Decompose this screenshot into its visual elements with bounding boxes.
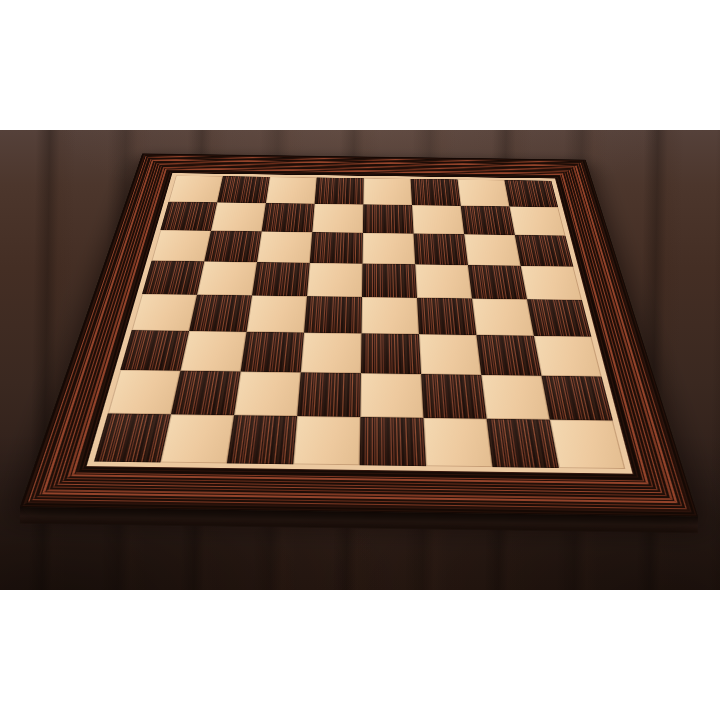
square-d8 [315,177,364,204]
page-background [0,0,720,720]
square-f7 [412,205,464,234]
square-b7 [211,202,266,231]
square-a5 [142,261,204,295]
square-a7 [160,202,217,231]
chessboard [20,154,698,517]
square-e5 [362,264,417,298]
square-f1 [423,418,492,467]
square-c8 [266,177,317,204]
square-a8 [168,175,222,202]
square-g4 [472,299,534,336]
square-d5 [307,263,362,297]
square-a3 [120,330,189,371]
board-scene [90,130,633,569]
square-f2 [421,374,486,419]
square-c5 [252,262,310,296]
square-g8 [458,179,510,206]
square-g1 [487,419,559,468]
square-d3 [301,333,362,374]
square-b2 [171,371,241,416]
square-h3 [534,336,602,377]
board-top-surface [20,154,698,517]
square-c6 [257,231,312,262]
square-g2 [481,375,549,420]
square-d7 [312,204,363,233]
square-g5 [468,265,527,299]
square-a6 [152,230,211,261]
square-e3 [361,333,421,374]
table-surface [0,130,720,590]
square-f4 [417,298,476,335]
square-d4 [304,296,362,333]
square-e1 [360,417,426,466]
square-f5 [415,264,472,298]
square-h6 [515,235,574,267]
square-g7 [461,206,515,235]
square-e6 [362,233,415,264]
square-d6 [310,232,363,263]
square-b3 [180,331,246,372]
square-g3 [476,335,541,376]
square-g6 [464,234,520,266]
square-h5 [521,266,582,300]
board-border-right [546,159,698,516]
square-a2 [108,370,181,414]
board-field [94,175,625,468]
square-f6 [414,234,468,266]
square-b1 [160,414,234,463]
square-b8 [217,176,270,203]
square-b4 [189,295,252,332]
square-e8 [363,178,412,205]
square-a4 [132,294,197,331]
square-e4 [361,297,418,334]
board-border-left [20,154,182,508]
square-e7 [363,204,414,233]
square-e2 [360,373,423,418]
square-h1 [550,420,626,469]
square-a1 [94,413,171,462]
square-c2 [234,372,301,417]
square-h2 [541,376,612,421]
square-h7 [509,206,565,235]
square-c4 [247,295,307,332]
square-b6 [204,231,261,262]
square-h8 [504,180,558,207]
square-c3 [241,332,304,373]
square-b5 [197,261,257,295]
square-h4 [527,299,591,336]
square-f8 [411,179,461,206]
square-d2 [297,372,361,417]
square-c7 [262,203,315,232]
square-d1 [293,416,360,465]
square-c1 [227,415,297,464]
square-f3 [419,334,481,375]
